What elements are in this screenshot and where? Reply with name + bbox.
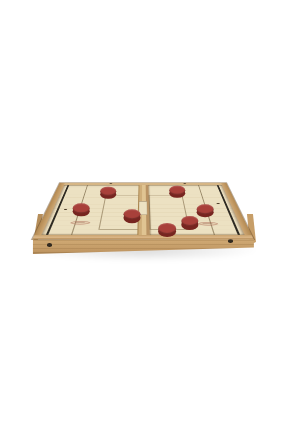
puck-top: [158, 223, 176, 234]
sling-puck-board: [32, 183, 254, 240]
elastic-anchor-dot: [64, 209, 68, 210]
puck-top: [124, 209, 141, 219]
puck-top: [169, 186, 185, 195]
left-latch-hook-icon: [47, 243, 52, 247]
puck-top: [197, 204, 214, 214]
product-photo-stage: [0, 0, 287, 430]
right-logo-stamp: [198, 222, 219, 225]
right-latch-hook-icon: [228, 239, 233, 243]
front-rail-top: [32, 235, 254, 240]
elastic-anchor-dot: [216, 203, 219, 204]
puck-left-3: [73, 203, 90, 216]
back-rail-peg: [183, 183, 186, 184]
left-logo-stamp: [70, 221, 90, 224]
puck-top: [73, 203, 90, 213]
back-rail-peg: [109, 183, 112, 184]
puck-right-5: [197, 204, 214, 217]
puck-right-6: [181, 216, 198, 230]
puck-right-7: [158, 223, 176, 237]
puck-top: [100, 187, 116, 196]
puck-left-4: [124, 209, 141, 223]
puck-right-2: [169, 186, 185, 198]
puck-left-1: [100, 187, 116, 199]
